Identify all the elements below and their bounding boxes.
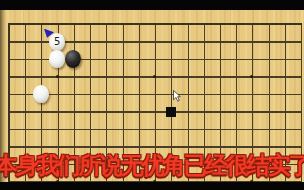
board-intersection-D17[interactable] bbox=[49, 50, 65, 68]
white-stone[interactable] bbox=[33, 85, 49, 103]
square-marker[interactable] bbox=[166, 107, 176, 117]
board-intersection-E17[interactable] bbox=[65, 50, 81, 68]
video-frame: 5 本身我们所说无优角已经很结实了 bbox=[0, 0, 304, 190]
letterbox-bottom bbox=[0, 182, 304, 190]
board-intersection-D18[interactable]: 5 bbox=[49, 33, 65, 51]
move-number-label: 5 bbox=[54, 37, 60, 47]
white-stone[interactable]: 5 bbox=[49, 33, 65, 51]
white-stone[interactable] bbox=[49, 50, 65, 68]
black-stone[interactable] bbox=[65, 50, 81, 68]
subtitle: 本身我们所说无优角已经很结实了 bbox=[0, 150, 304, 181]
board-intersection-C15[interactable] bbox=[33, 85, 49, 103]
letterbox-top bbox=[0, 0, 304, 10]
board-intersection-L14[interactable] bbox=[163, 103, 179, 121]
mouse-cursor-icon bbox=[173, 90, 182, 103]
